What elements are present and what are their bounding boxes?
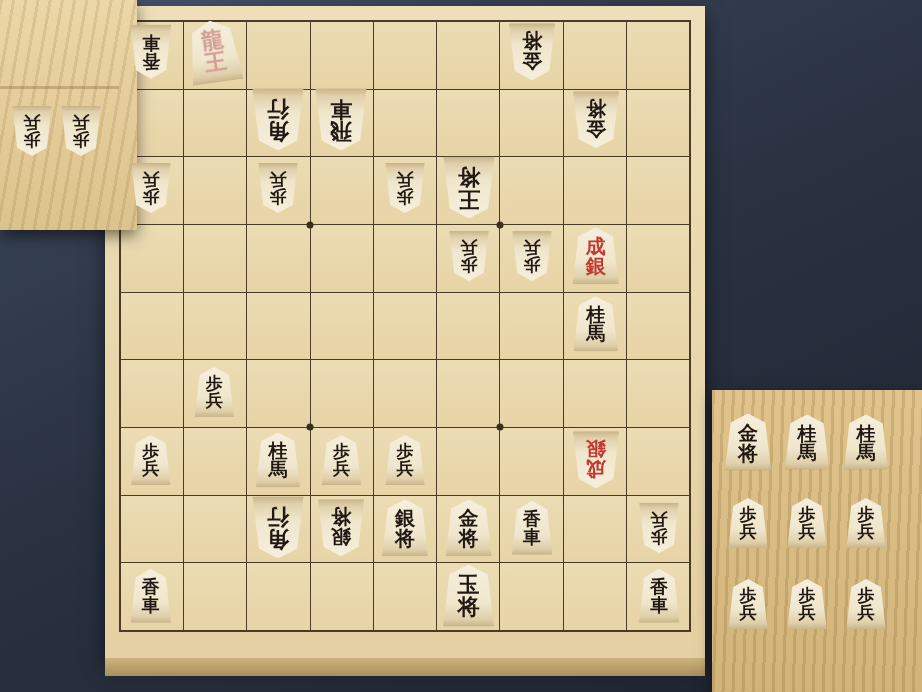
star-point <box>307 424 314 431</box>
square-6-1[interactable] <box>311 22 373 89</box>
piece-kanji: 銀 <box>331 528 351 548</box>
square-5-2[interactable] <box>374 90 436 157</box>
piece-kanji: 将 <box>738 442 758 462</box>
square-5-6[interactable] <box>374 360 436 427</box>
square-6-3[interactable] <box>311 157 373 224</box>
piece-kanji: 車 <box>142 596 160 614</box>
piece-kanji: 将 <box>522 32 542 52</box>
star-point <box>307 221 314 228</box>
piece-kanji: 兵 <box>799 523 816 540</box>
piece-kanji: 歩 <box>460 256 477 273</box>
piece-kanji: 兵 <box>524 239 541 256</box>
piece-kanji: 角 <box>267 120 289 142</box>
piece-kanji: 歩 <box>24 131 41 148</box>
piece-kanji: 将 <box>458 596 480 618</box>
piece-kanji: 成 <box>586 460 606 480</box>
piece-kanji: 兵 <box>333 460 350 477</box>
square-1-3[interactable] <box>627 157 689 224</box>
square-4-6[interactable] <box>437 360 499 427</box>
square-4-2[interactable] <box>437 90 499 157</box>
square-9-8[interactable] <box>121 496 183 563</box>
piece-kanji: 馬 <box>798 442 817 461</box>
square-1-7[interactable] <box>627 428 689 495</box>
square-3-2[interactable] <box>500 90 562 157</box>
star-point <box>496 424 503 431</box>
piece-kanji: 兵 <box>858 523 875 540</box>
square-2-3[interactable] <box>564 157 626 224</box>
square-3-9[interactable] <box>500 563 562 630</box>
square-1-1[interactable] <box>627 22 689 89</box>
piece-kanji: 兵 <box>397 460 414 477</box>
square-6-4[interactable] <box>311 225 373 292</box>
piece-kanji: 兵 <box>740 604 757 621</box>
piece-kanji: 車 <box>330 98 352 120</box>
piece-kanji: 飛 <box>330 120 352 142</box>
square-7-9[interactable] <box>247 563 309 630</box>
square-3-5[interactable] <box>500 293 562 360</box>
piece-kanji: 兵 <box>397 171 414 188</box>
square-5-9[interactable] <box>374 563 436 630</box>
piece-kanji: 玉 <box>458 574 480 596</box>
piece-kanji: 行 <box>267 98 289 120</box>
piece-kanji: 将 <box>331 508 351 528</box>
piece-kanji: 将 <box>395 528 415 548</box>
square-9-4[interactable] <box>121 225 183 292</box>
square-8-5[interactable] <box>184 293 246 360</box>
square-8-9[interactable] <box>184 563 246 630</box>
square-7-6[interactable] <box>247 360 309 427</box>
piece-kanji: 歩 <box>524 256 541 273</box>
piece-kanji: 銀 <box>395 508 415 528</box>
piece-kanji: 成 <box>586 236 606 256</box>
piece-kanji: 桂 <box>857 423 876 442</box>
square-6-5[interactable] <box>311 293 373 360</box>
piece-kanji: 角 <box>267 528 289 550</box>
piece-kanji: 兵 <box>73 114 90 131</box>
square-9-5[interactable] <box>121 293 183 360</box>
square-7-4[interactable] <box>247 225 309 292</box>
piece-kanji: 桂 <box>268 441 287 460</box>
square-1-6[interactable] <box>627 360 689 427</box>
square-8-2[interactable] <box>184 90 246 157</box>
piece-kanji: 兵 <box>142 171 159 188</box>
piece-kanji: 将 <box>458 166 480 188</box>
photo-background: 香車龍王金将角行飛車金将歩兵歩兵歩兵王将歩兵歩兵成銀桂馬歩兵歩兵桂馬歩兵歩兵成銀… <box>0 0 922 692</box>
square-2-9[interactable] <box>564 563 626 630</box>
piece-kanji: 王 <box>458 188 480 210</box>
square-7-5[interactable] <box>247 293 309 360</box>
square-6-9[interactable] <box>311 563 373 630</box>
star-point <box>496 221 503 228</box>
piece-kanji: 将 <box>459 528 479 548</box>
square-8-3[interactable] <box>184 157 246 224</box>
piece-kanji: 桂 <box>798 423 817 442</box>
piece-kanji: 兵 <box>142 460 159 477</box>
square-8-4[interactable] <box>184 225 246 292</box>
piece-kanji: 歩 <box>269 188 286 205</box>
piece-kanji: 銀 <box>586 440 606 460</box>
piece-kanji: 車 <box>523 528 541 546</box>
square-3-6[interactable] <box>500 360 562 427</box>
square-3-7[interactable] <box>500 428 562 495</box>
piece-kanji: 王 <box>203 50 228 75</box>
piece-kanji: 将 <box>586 100 606 120</box>
piece-kanji: 歩 <box>142 188 159 205</box>
piece-kanji: 車 <box>650 596 668 614</box>
piece-kanji: 兵 <box>460 239 477 256</box>
square-1-5[interactable] <box>627 293 689 360</box>
piece-kanji: 桂 <box>586 305 605 324</box>
square-1-2[interactable] <box>627 90 689 157</box>
square-4-5[interactable] <box>437 293 499 360</box>
piece-kanji: 兵 <box>24 114 41 131</box>
square-5-1[interactable] <box>374 22 436 89</box>
piece-kanji: 兵 <box>740 523 757 540</box>
square-2-1[interactable] <box>564 22 626 89</box>
piece-kanji: 馬 <box>586 324 605 343</box>
piece-kanji: 行 <box>267 506 289 528</box>
piece-kanji: 兵 <box>269 171 286 188</box>
square-2-6[interactable] <box>564 360 626 427</box>
piece-kanji: 歩 <box>651 528 668 545</box>
piece-kanji: 馬 <box>268 460 287 479</box>
piece-kanji: 銀 <box>586 256 606 276</box>
piece-kanji: 車 <box>142 34 160 52</box>
square-1-4[interactable] <box>627 225 689 292</box>
piece-kanji: 馬 <box>857 442 876 461</box>
square-8-7[interactable] <box>184 428 246 495</box>
piece-kanji: 金 <box>459 508 479 528</box>
piece-kanji: 兵 <box>651 511 668 528</box>
piece-kanji: 金 <box>738 422 758 442</box>
square-9-6[interactable] <box>121 360 183 427</box>
square-5-4[interactable] <box>374 225 436 292</box>
piece-kanji: 歩 <box>73 131 90 148</box>
piece-kanji: 金 <box>586 120 606 140</box>
piece-kanji: 兵 <box>206 392 223 409</box>
square-4-1[interactable] <box>437 22 499 89</box>
square-7-1[interactable] <box>247 22 309 89</box>
piece-kanji: 歩 <box>397 188 414 205</box>
piece-kanji: 香 <box>142 52 160 70</box>
square-4-7[interactable] <box>437 428 499 495</box>
piece-kanji: 兵 <box>799 604 816 621</box>
square-5-5[interactable] <box>374 293 436 360</box>
square-8-8[interactable] <box>184 496 246 563</box>
square-2-8[interactable] <box>564 496 626 563</box>
piece-kanji: 金 <box>522 52 542 72</box>
square-3-3[interactable] <box>500 157 562 224</box>
piece-kanji: 兵 <box>858 604 875 621</box>
square-6-6[interactable] <box>311 360 373 427</box>
